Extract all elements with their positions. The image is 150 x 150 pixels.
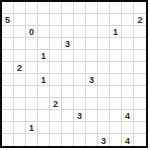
cell-r5c2[interactable] <box>14 50 26 62</box>
cell-r10c8[interactable] <box>86 110 98 122</box>
cell-r11c2[interactable] <box>14 122 26 134</box>
cell-r12c7[interactable] <box>74 134 86 146</box>
cell-r12c8[interactable] <box>86 134 98 146</box>
cell-r4c12[interactable] <box>134 38 146 50</box>
cell-r4c11[interactable] <box>122 38 134 50</box>
cell-r11c9[interactable] <box>98 122 110 134</box>
cell-r8c2[interactable] <box>14 86 26 98</box>
cell-r10c4[interactable] <box>38 110 50 122</box>
cell-r4c2[interactable] <box>14 38 26 50</box>
clue-digit: 4 <box>125 112 130 121</box>
clue-digit: 3 <box>89 76 94 85</box>
clue-digit: 2 <box>17 64 22 73</box>
cell-r2c12: 2 <box>134 14 146 26</box>
cell-r2c9[interactable] <box>98 14 110 26</box>
cell-r7c2[interactable] <box>14 74 26 86</box>
cell-r1c3[interactable] <box>26 2 38 14</box>
cell-r4c3[interactable] <box>26 38 38 50</box>
cell-r5c10[interactable] <box>110 50 122 62</box>
cell-r6c7[interactable] <box>74 62 86 74</box>
clue-digit: 5 <box>5 16 10 25</box>
cell-r6c12[interactable] <box>134 62 146 74</box>
cell-r5c7[interactable] <box>74 50 86 62</box>
cell-r8c10[interactable] <box>110 86 122 98</box>
clue-digit: 2 <box>53 100 58 109</box>
cell-r3c12[interactable] <box>134 26 146 38</box>
cell-r9c9[interactable] <box>98 98 110 110</box>
cell-r11c11[interactable] <box>122 122 134 134</box>
cell-r7c10[interactable] <box>110 74 122 86</box>
cell-r4c7[interactable] <box>74 38 86 50</box>
cell-r1c7[interactable] <box>74 2 86 14</box>
cell-r8c3[interactable] <box>26 86 38 98</box>
cell-r2c2[interactable] <box>14 14 26 26</box>
cell-r9c1[interactable] <box>2 98 14 110</box>
clue-digit: 3 <box>77 112 82 121</box>
clue-digit: 4 <box>125 136 130 145</box>
cell-r10c7: 3 <box>74 110 86 122</box>
cell-r12c4[interactable] <box>38 134 50 146</box>
cell-r8c9[interactable] <box>98 86 110 98</box>
cell-r10c1[interactable] <box>2 110 14 122</box>
cell-r2c3[interactable] <box>26 14 38 26</box>
cell-r2c8[interactable] <box>86 14 98 26</box>
cell-r9c5: 2 <box>50 98 62 110</box>
cell-r11c10[interactable] <box>110 122 122 134</box>
cell-r5c8[interactable] <box>86 50 98 62</box>
cell-r2c4[interactable] <box>38 14 50 26</box>
cell-r6c2: 2 <box>14 62 26 74</box>
cell-r2c6[interactable] <box>62 14 74 26</box>
cell-r8c5[interactable] <box>50 86 62 98</box>
cell-r2c5[interactable] <box>50 14 62 26</box>
cell-r3c2[interactable] <box>14 26 26 38</box>
cell-r3c6[interactable] <box>62 26 74 38</box>
cell-r9c10[interactable] <box>110 98 122 110</box>
cell-r5c6[interactable] <box>62 50 74 62</box>
cell-r5c5[interactable] <box>50 50 62 62</box>
cell-r6c1[interactable] <box>2 62 14 74</box>
cell-r11c6[interactable] <box>62 122 74 134</box>
cell-r10c5[interactable] <box>50 110 62 122</box>
cell-r8c7[interactable] <box>74 86 86 98</box>
cell-r7c1[interactable] <box>2 74 14 86</box>
cell-r10c11: 4 <box>122 110 134 122</box>
cell-r1c2[interactable] <box>14 2 26 14</box>
cell-r3c9[interactable] <box>98 26 110 38</box>
cell-r2c1: 5 <box>2 14 14 26</box>
cell-r5c1[interactable] <box>2 50 14 62</box>
cell-r1c11[interactable] <box>122 2 134 14</box>
cell-r9c6[interactable] <box>62 98 74 110</box>
cell-r7c5[interactable] <box>50 74 62 86</box>
cell-r4c4[interactable] <box>38 38 50 50</box>
clue-digit: 1 <box>41 52 46 61</box>
cell-r12c9: 3 <box>98 134 110 146</box>
cell-r9c3[interactable] <box>26 98 38 110</box>
clue-digit: 1 <box>41 76 46 85</box>
cell-r2c7[interactable] <box>74 14 86 26</box>
cell-r4c1[interactable] <box>2 38 14 50</box>
cell-r3c1[interactable] <box>2 26 14 38</box>
cell-r6c4[interactable] <box>38 62 50 74</box>
cell-r1c8[interactable] <box>86 2 98 14</box>
cell-r6c10[interactable] <box>110 62 122 74</box>
cell-r12c2[interactable] <box>14 134 26 146</box>
cell-r10c12[interactable] <box>134 110 146 122</box>
cell-r11c5[interactable] <box>50 122 62 134</box>
cell-r12c11: 4 <box>122 134 134 146</box>
cell-r9c11[interactable] <box>122 98 134 110</box>
cell-r2c11[interactable] <box>122 14 134 26</box>
cell-r8c8[interactable] <box>86 86 98 98</box>
cell-r5c3[interactable] <box>26 50 38 62</box>
cell-r8c4[interactable] <box>38 86 50 98</box>
cell-r10c10[interactable] <box>110 110 122 122</box>
cell-r5c4: 1 <box>38 50 50 62</box>
clue-digit: 1 <box>29 124 34 133</box>
cell-r6c11[interactable] <box>122 62 134 74</box>
cell-r4c6: 3 <box>62 38 74 50</box>
cell-r9c7[interactable] <box>74 98 86 110</box>
cell-r1c9[interactable] <box>98 2 110 14</box>
cell-r12c5[interactable] <box>50 134 62 146</box>
cell-r3c7[interactable] <box>74 26 86 38</box>
cell-r6c8[interactable] <box>86 62 98 74</box>
cell-r11c1[interactable] <box>2 122 14 134</box>
cell-r7c9[interactable] <box>98 74 110 86</box>
cell-r8c11[interactable] <box>122 86 134 98</box>
cell-r3c10: 1 <box>110 26 122 38</box>
cell-r3c8[interactable] <box>86 26 98 38</box>
cell-r5c9[interactable] <box>98 50 110 62</box>
cell-r8c1[interactable] <box>2 86 14 98</box>
puzzle-board: 520131213234134 <box>0 0 148 148</box>
cell-r7c7[interactable] <box>74 74 86 86</box>
clue-digit: 1 <box>113 28 118 37</box>
cell-r8c12[interactable] <box>134 86 146 98</box>
cell-r4c9[interactable] <box>98 38 110 50</box>
cell-r5c12[interactable] <box>134 50 146 62</box>
cell-r4c10[interactable] <box>110 38 122 50</box>
cell-r1c12[interactable] <box>134 2 146 14</box>
cell-r1c6[interactable] <box>62 2 74 14</box>
cell-r3c4[interactable] <box>38 26 50 38</box>
clue-digit: 3 <box>65 40 70 49</box>
cell-r7c11[interactable] <box>122 74 134 86</box>
cell-r9c4[interactable] <box>38 98 50 110</box>
cell-r12c10[interactable] <box>110 134 122 146</box>
cell-r1c1[interactable] <box>2 2 14 14</box>
clue-digit: 0 <box>29 28 34 37</box>
cell-r11c4[interactable] <box>38 122 50 134</box>
cell-r3c3: 0 <box>26 26 38 38</box>
cell-r4c8[interactable] <box>86 38 98 50</box>
cell-r3c5[interactable] <box>50 26 62 38</box>
cell-r2c10[interactable] <box>110 14 122 26</box>
cell-r12c1[interactable] <box>2 134 14 146</box>
cell-r12c6[interactable] <box>62 134 74 146</box>
cell-r7c12[interactable] <box>134 74 146 86</box>
cell-r9c2[interactable] <box>14 98 26 110</box>
cell-r12c12[interactable] <box>134 134 146 146</box>
cell-r4c5[interactable] <box>50 38 62 50</box>
cell-r5c11[interactable] <box>122 50 134 62</box>
cell-r7c4: 1 <box>38 74 50 86</box>
cell-r7c8: 3 <box>86 74 98 86</box>
cell-r6c6[interactable] <box>62 62 74 74</box>
cell-r1c10[interactable] <box>110 2 122 14</box>
cell-r3c11[interactable] <box>122 26 134 38</box>
cell-r8c6[interactable] <box>62 86 74 98</box>
cell-r6c5[interactable] <box>50 62 62 74</box>
cell-r11c8[interactable] <box>86 122 98 134</box>
cell-r11c7[interactable] <box>74 122 86 134</box>
cell-r1c5[interactable] <box>50 2 62 14</box>
cell-r12c3[interactable] <box>26 134 38 146</box>
clue-digit: 2 <box>137 16 142 25</box>
cell-r6c3[interactable] <box>26 62 38 74</box>
cell-r10c9[interactable] <box>98 110 110 122</box>
cell-r9c8[interactable] <box>86 98 98 110</box>
cell-r7c6[interactable] <box>62 74 74 86</box>
clue-digit: 3 <box>101 136 106 145</box>
cell-r1c4[interactable] <box>38 2 50 14</box>
cell-r10c2[interactable] <box>14 110 26 122</box>
cell-r10c3[interactable] <box>26 110 38 122</box>
cell-r10c6[interactable] <box>62 110 74 122</box>
cell-r7c3[interactable] <box>26 74 38 86</box>
cell-r11c3: 1 <box>26 122 38 134</box>
cell-r11c12[interactable] <box>134 122 146 134</box>
cell-r6c9[interactable] <box>98 62 110 74</box>
cell-r9c12[interactable] <box>134 98 146 110</box>
